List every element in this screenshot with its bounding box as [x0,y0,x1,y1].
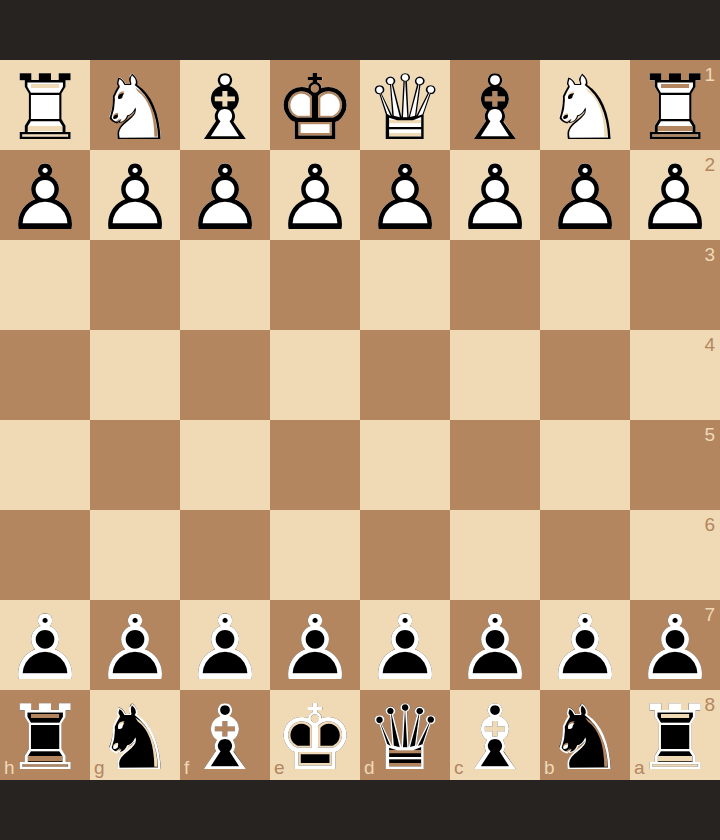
black-pawn-outline-glyph: ♙ [180,603,270,693]
white-knight-fill-glyph: ♞ [540,63,630,153]
white-queen-fill-glyph: ♛ [360,63,450,153]
square-c7[interactable]: ♟♙ [450,600,540,690]
square-e7[interactable]: ♟♙ [270,600,360,690]
square-c5[interactable] [450,420,540,510]
white-pawn-fill-glyph: ♟ [450,153,540,243]
piece-white-pawn[interactable]: ♟♙ [540,150,630,240]
square-e8[interactable]: ♚♔e [270,690,360,780]
piece-black-pawn[interactable]: ♟♙ [270,600,360,690]
black-pawn-fill-glyph: ♟ [270,603,360,693]
white-knight-fill-glyph: ♞ [90,63,180,153]
black-rook-outline-glyph: ♖ [630,693,720,783]
black-pawn-outline-glyph: ♙ [360,603,450,693]
piece-white-pawn[interactable]: ♟♙ [630,150,720,240]
square-g8[interactable]: ♞♘g [90,690,180,780]
piece-white-pawn[interactable]: ♟♙ [90,150,180,240]
piece-white-king[interactable]: ♚♔ [270,60,360,150]
chess-board: ♜♖♞♘♝♗♚♔♛♕♝♗♞♘♜♖1♟♙♟♙♟♙♟♙♟♙♟♙♟♙♟♙23456♟♙… [0,60,720,780]
black-knight-outline-glyph: ♘ [90,693,180,783]
square-g2[interactable]: ♟♙ [90,150,180,240]
square-h6[interactable] [0,510,90,600]
piece-white-pawn[interactable]: ♟♙ [360,150,450,240]
square-e6[interactable] [270,510,360,600]
black-pawn-outline-glyph: ♙ [0,603,90,693]
piece-black-bishop[interactable]: ♝♗ [450,690,540,780]
piece-black-pawn[interactable]: ♟♙ [90,600,180,690]
black-king-fill-glyph: ♚ [270,693,360,783]
square-f5[interactable] [180,420,270,510]
piece-black-knight[interactable]: ♞♘ [540,690,630,780]
piece-black-bishop[interactable]: ♝♗ [180,690,270,780]
black-pawn-outline-glyph: ♙ [270,603,360,693]
piece-white-bishop[interactable]: ♝♗ [450,60,540,150]
black-king-outline-glyph: ♔ [270,693,360,783]
square-d4[interactable] [360,330,450,420]
black-pawn-fill-glyph: ♟ [180,603,270,693]
square-d2[interactable]: ♟♙ [360,150,450,240]
rank-label-6: 6 [704,515,715,534]
square-b8[interactable]: ♞♘b [540,690,630,780]
square-a7[interactable]: ♟♙7 [630,600,720,690]
rank-label-4: 4 [704,335,715,354]
white-knight-outline-glyph: ♘ [540,63,630,153]
piece-white-knight[interactable]: ♞♘ [90,60,180,150]
square-b2[interactable]: ♟♙ [540,150,630,240]
piece-black-queen[interactable]: ♛♕ [360,690,450,780]
square-a5[interactable]: 5 [630,420,720,510]
piece-white-pawn[interactable]: ♟♙ [270,150,360,240]
square-c1[interactable]: ♝♗ [450,60,540,150]
black-rook-outline-glyph: ♖ [0,693,90,783]
square-c3[interactable] [450,240,540,330]
piece-white-rook[interactable]: ♜♖ [630,60,720,150]
square-f6[interactable] [180,510,270,600]
white-king-outline-glyph: ♔ [270,63,360,153]
black-pawn-fill-glyph: ♟ [630,603,720,693]
square-g1[interactable]: ♞♘ [90,60,180,150]
white-pawn-outline-glyph: ♙ [630,153,720,243]
white-pawn-outline-glyph: ♙ [90,153,180,243]
black-knight-fill-glyph: ♞ [540,693,630,783]
square-f8[interactable]: ♝♗f [180,690,270,780]
square-f4[interactable] [180,330,270,420]
square-d5[interactable] [360,420,450,510]
square-h4[interactable] [0,330,90,420]
black-pawn-fill-glyph: ♟ [540,603,630,693]
piece-black-knight[interactable]: ♞♘ [90,690,180,780]
square-c4[interactable] [450,330,540,420]
square-f7[interactable]: ♟♙ [180,600,270,690]
black-bishop-fill-glyph: ♝ [450,693,540,783]
square-c8[interactable]: ♝♗c [450,690,540,780]
square-g7[interactable]: ♟♙ [90,600,180,690]
rank-label-3: 3 [704,245,715,264]
square-d7[interactable]: ♟♙ [360,600,450,690]
black-pawn-fill-glyph: ♟ [360,603,450,693]
piece-black-pawn[interactable]: ♟♙ [0,600,90,690]
square-e2[interactable]: ♟♙ [270,150,360,240]
square-d1[interactable]: ♛♕ [360,60,450,150]
white-rook-fill-glyph: ♜ [630,63,720,153]
square-h2[interactable]: ♟♙ [0,150,90,240]
white-pawn-outline-glyph: ♙ [180,153,270,243]
piece-black-pawn[interactable]: ♟♙ [450,600,540,690]
piece-black-pawn[interactable]: ♟♙ [540,600,630,690]
black-pawn-outline-glyph: ♙ [540,603,630,693]
black-knight-outline-glyph: ♘ [540,693,630,783]
piece-black-pawn[interactable]: ♟♙ [360,600,450,690]
square-d3[interactable] [360,240,450,330]
square-a8[interactable]: ♜♖8a [630,690,720,780]
black-bishop-outline-glyph: ♗ [180,693,270,783]
square-h5[interactable] [0,420,90,510]
black-knight-fill-glyph: ♞ [90,693,180,783]
black-bishop-fill-glyph: ♝ [180,693,270,783]
square-g6[interactable] [90,510,180,600]
rank-label-5: 5 [704,425,715,444]
black-pawn-outline-glyph: ♙ [90,603,180,693]
square-d8[interactable]: ♛♕d [360,690,450,780]
piece-black-pawn[interactable]: ♟♙ [180,600,270,690]
white-pawn-fill-glyph: ♟ [0,153,90,243]
piece-white-queen[interactable]: ♛♕ [360,60,450,150]
white-rook-outline-glyph: ♖ [630,63,720,153]
square-g3[interactable] [90,240,180,330]
black-pawn-fill-glyph: ♟ [450,603,540,693]
white-rook-outline-glyph: ♖ [0,63,90,153]
white-king-fill-glyph: ♚ [270,63,360,153]
square-b3[interactable] [540,240,630,330]
piece-black-king[interactable]: ♚♔ [270,690,360,780]
square-f3[interactable] [180,240,270,330]
white-knight-outline-glyph: ♘ [90,63,180,153]
white-queen-outline-glyph: ♕ [360,63,450,153]
square-b1[interactable]: ♞♘ [540,60,630,150]
black-rook-fill-glyph: ♜ [0,693,90,783]
square-g4[interactable] [90,330,180,420]
square-g5[interactable] [90,420,180,510]
square-a3[interactable]: 3 [630,240,720,330]
white-pawn-fill-glyph: ♟ [540,153,630,243]
piece-black-rook[interactable]: ♜♖ [0,690,90,780]
square-e1[interactable]: ♚♔ [270,60,360,150]
white-pawn-fill-glyph: ♟ [270,153,360,243]
piece-white-knight[interactable]: ♞♘ [540,60,630,150]
black-rook-fill-glyph: ♜ [630,693,720,783]
square-a6[interactable]: 6 [630,510,720,600]
square-a1[interactable]: ♜♖1 [630,60,720,150]
piece-white-rook[interactable]: ♜♖ [0,60,90,150]
white-pawn-fill-glyph: ♟ [90,153,180,243]
white-pawn-outline-glyph: ♙ [360,153,450,243]
white-pawn-outline-glyph: ♙ [270,153,360,243]
square-c2[interactable]: ♟♙ [450,150,540,240]
square-h7[interactable]: ♟♙ [0,600,90,690]
square-b7[interactable]: ♟♙ [540,600,630,690]
white-bishop-fill-glyph: ♝ [450,63,540,153]
piece-white-pawn[interactable]: ♟♙ [180,150,270,240]
square-h1[interactable]: ♜♖ [0,60,90,150]
square-a2[interactable]: ♟♙2 [630,150,720,240]
page-background: ♜♖♞♘♝♗♚♔♛♕♝♗♞♘♜♖1♟♙♟♙♟♙♟♙♟♙♟♙♟♙♟♙23456♟♙… [0,0,720,840]
white-pawn-fill-glyph: ♟ [360,153,450,243]
white-pawn-outline-glyph: ♙ [450,153,540,243]
square-b6[interactable] [540,510,630,600]
piece-black-pawn[interactable]: ♟♙ [630,600,720,690]
piece-black-rook[interactable]: ♜♖ [630,690,720,780]
square-a4[interactable]: 4 [630,330,720,420]
square-c6[interactable] [450,510,540,600]
square-f1[interactable]: ♝♗ [180,60,270,150]
black-queen-outline-glyph: ♕ [360,693,450,783]
square-b5[interactable] [540,420,630,510]
white-bishop-fill-glyph: ♝ [180,63,270,153]
black-pawn-outline-glyph: ♙ [630,603,720,693]
black-pawn-outline-glyph: ♙ [450,603,540,693]
square-d6[interactable] [360,510,450,600]
piece-white-pawn[interactable]: ♟♙ [450,150,540,240]
black-queen-fill-glyph: ♛ [360,693,450,783]
white-bishop-outline-glyph: ♗ [180,63,270,153]
black-bishop-outline-glyph: ♗ [450,693,540,783]
square-e4[interactable] [270,330,360,420]
square-h3[interactable] [0,240,90,330]
square-h8[interactable]: ♜♖h [0,690,90,780]
white-pawn-fill-glyph: ♟ [180,153,270,243]
square-e5[interactable] [270,420,360,510]
square-b4[interactable] [540,330,630,420]
piece-white-pawn[interactable]: ♟♙ [0,150,90,240]
white-pawn-outline-glyph: ♙ [0,153,90,243]
white-pawn-fill-glyph: ♟ [630,153,720,243]
white-pawn-outline-glyph: ♙ [540,153,630,243]
piece-white-bishop[interactable]: ♝♗ [180,60,270,150]
black-pawn-fill-glyph: ♟ [90,603,180,693]
black-pawn-fill-glyph: ♟ [0,603,90,693]
square-e3[interactable] [270,240,360,330]
white-bishop-outline-glyph: ♗ [450,63,540,153]
square-f2[interactable]: ♟♙ [180,150,270,240]
white-rook-fill-glyph: ♜ [0,63,90,153]
